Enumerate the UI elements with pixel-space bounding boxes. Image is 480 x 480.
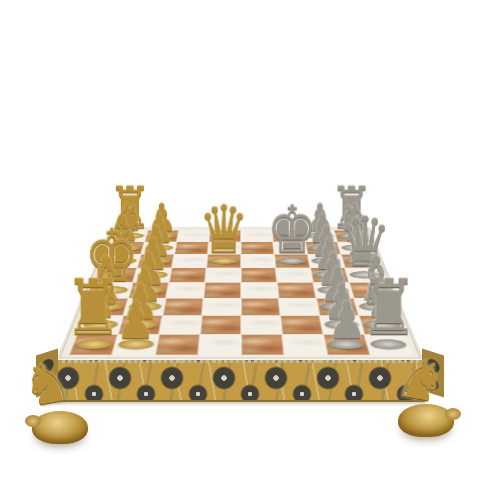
- chess-board: ♜♞♝♚♝♞♜♟♟♟♟♟♟♟♟♛♜♞♝♛♝♞♜♟♟♟♟♟♟♟♟♚: [59, 228, 420, 358]
- chess-set-scene: ♜♞♝♚♝♞♜♟♟♟♟♟♟♟♟♛♜♞♝♛♝♞♜♟♟♟♟♟♟♟♟♚ ♞ ♞: [0, 0, 480, 480]
- rook-glyph: ♜: [64, 269, 123, 347]
- turtle-base: [398, 404, 454, 437]
- front-left-leg: ♞: [14, 356, 104, 461]
- front-right-leg: ♞: [378, 352, 468, 457]
- queen-glyph: ♛: [199, 196, 250, 262]
- rearing-horse-icon: ♞: [18, 352, 77, 416]
- pawn-glyph: ♟: [327, 295, 366, 347]
- frieze-front-panel: [55, 360, 425, 402]
- turtle-base: [32, 411, 88, 444]
- pawn-glyph: ♟: [116, 295, 155, 347]
- rook-glyph: ♜: [360, 269, 419, 347]
- pieces-layer: ♜♞♝♚♝♞♜♟♟♟♟♟♟♟♟♛♜♞♝♛♝♞♜♟♟♟♟♟♟♟♟♚: [61, 228, 420, 357]
- king-glyph: ♚: [267, 196, 318, 262]
- product-photo: ♜♞♝♚♝♞♜♟♟♟♟♟♟♟♟♛♜♞♝♛♝♞♜♟♟♟♟♟♟♟♟♚ ♞ ♞: [0, 0, 480, 480]
- rearing-horse-icon: ♞: [392, 348, 451, 412]
